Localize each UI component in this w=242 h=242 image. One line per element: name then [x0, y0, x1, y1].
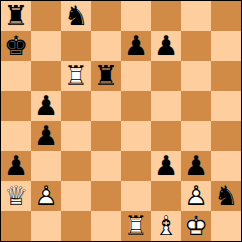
piece-black-pawn: ♟	[1, 151, 31, 181]
black-pawn-glyph: ♟	[1, 151, 31, 181]
piece-white-queen: ♛♕	[1, 181, 31, 211]
square-a8[interactable]: ♜	[1, 1, 31, 31]
square-c3[interactable]	[61, 151, 91, 181]
black-knight-glyph: ♞	[211, 181, 241, 211]
square-h1[interactable]	[211, 211, 241, 241]
square-g6[interactable]	[181, 61, 211, 91]
chess-board-frame: ♜♞♚♟♟♜♖♜♟♟♟♟♟♛♕♟♙♟♙♞♜♖♝♗♚♔	[0, 0, 242, 242]
square-g7[interactable]	[181, 31, 211, 61]
square-a6[interactable]	[1, 61, 31, 91]
square-c7[interactable]	[61, 31, 91, 61]
square-h8[interactable]	[211, 1, 241, 31]
white-rook-outline: ♖	[121, 211, 151, 241]
black-pawn-glyph: ♟	[31, 121, 61, 151]
square-h3[interactable]	[211, 151, 241, 181]
square-d2[interactable]	[91, 181, 121, 211]
piece-black-pawn: ♟	[181, 151, 211, 181]
square-g3[interactable]: ♟	[181, 151, 211, 181]
square-f8[interactable]	[151, 1, 181, 31]
white-bishop-outline: ♗	[151, 211, 181, 241]
black-rook-glyph: ♜	[1, 1, 31, 31]
piece-black-pawn: ♟	[151, 151, 181, 181]
square-d7[interactable]	[91, 31, 121, 61]
square-c1[interactable]	[61, 211, 91, 241]
square-h6[interactable]	[211, 61, 241, 91]
square-c2[interactable]	[61, 181, 91, 211]
square-g8[interactable]	[181, 1, 211, 31]
square-d1[interactable]	[91, 211, 121, 241]
square-g1[interactable]: ♚♔	[181, 211, 211, 241]
square-e8[interactable]	[121, 1, 151, 31]
square-d3[interactable]	[91, 151, 121, 181]
square-d6[interactable]: ♜	[91, 61, 121, 91]
black-knight-glyph: ♞	[61, 1, 91, 31]
piece-black-rook: ♜	[1, 1, 31, 31]
square-a7[interactable]: ♚	[1, 31, 31, 61]
square-c6[interactable]: ♜♖	[61, 61, 91, 91]
piece-white-rook: ♜♖	[121, 211, 151, 241]
square-e7[interactable]: ♟	[121, 31, 151, 61]
square-b3[interactable]	[31, 151, 61, 181]
square-b7[interactable]	[31, 31, 61, 61]
piece-black-pawn: ♟	[151, 31, 181, 61]
white-queen-outline: ♕	[1, 181, 31, 211]
square-e1[interactable]: ♜♖	[121, 211, 151, 241]
piece-black-rook: ♜	[91, 61, 121, 91]
square-e6[interactable]	[121, 61, 151, 91]
black-king-glyph: ♚	[1, 31, 31, 61]
square-c4[interactable]	[61, 121, 91, 151]
square-b2[interactable]: ♟♙	[31, 181, 61, 211]
black-pawn-glyph: ♟	[181, 151, 211, 181]
square-h4[interactable]	[211, 121, 241, 151]
square-a3[interactable]: ♟	[1, 151, 31, 181]
square-g5[interactable]	[181, 91, 211, 121]
black-rook-glyph: ♜	[91, 61, 121, 91]
piece-black-pawn: ♟	[31, 121, 61, 151]
square-f1[interactable]: ♝♗	[151, 211, 181, 241]
square-f4[interactable]	[151, 121, 181, 151]
square-a1[interactable]	[1, 211, 31, 241]
piece-black-pawn: ♟	[31, 91, 61, 121]
black-pawn-glyph: ♟	[121, 31, 151, 61]
square-g2[interactable]: ♟♙	[181, 181, 211, 211]
square-h2[interactable]: ♞	[211, 181, 241, 211]
square-e2[interactable]	[121, 181, 151, 211]
piece-white-rook: ♜♖	[61, 61, 91, 91]
piece-white-pawn: ♟♙	[181, 181, 211, 211]
black-pawn-glyph: ♟	[31, 91, 61, 121]
square-f6[interactable]	[151, 61, 181, 91]
square-e5[interactable]	[121, 91, 151, 121]
piece-black-king: ♚	[1, 31, 31, 61]
square-c8[interactable]: ♞	[61, 1, 91, 31]
chess-board: ♜♞♚♟♟♜♖♜♟♟♟♟♟♛♕♟♙♟♙♞♜♖♝♗♚♔	[1, 1, 241, 241]
black-pawn-glyph: ♟	[151, 31, 181, 61]
square-e3[interactable]	[121, 151, 151, 181]
square-b1[interactable]	[31, 211, 61, 241]
square-h5[interactable]	[211, 91, 241, 121]
square-h7[interactable]	[211, 31, 241, 61]
piece-white-pawn: ♟♙	[31, 181, 61, 211]
black-pawn-glyph: ♟	[151, 151, 181, 181]
square-d4[interactable]	[91, 121, 121, 151]
square-d5[interactable]	[91, 91, 121, 121]
square-b6[interactable]	[31, 61, 61, 91]
square-b8[interactable]	[31, 1, 61, 31]
square-f3[interactable]: ♟	[151, 151, 181, 181]
square-a2[interactable]: ♛♕	[1, 181, 31, 211]
square-e4[interactable]	[121, 121, 151, 151]
piece-black-knight: ♞	[61, 1, 91, 31]
square-f5[interactable]	[151, 91, 181, 121]
white-king-outline: ♔	[181, 211, 211, 241]
square-b5[interactable]: ♟	[31, 91, 61, 121]
white-pawn-outline: ♙	[181, 181, 211, 211]
square-f7[interactable]: ♟	[151, 31, 181, 61]
square-b4[interactable]: ♟	[31, 121, 61, 151]
square-g4[interactable]	[181, 121, 211, 151]
piece-white-king: ♚♔	[181, 211, 211, 241]
white-rook-outline: ♖	[61, 61, 91, 91]
square-f2[interactable]	[151, 181, 181, 211]
piece-black-pawn: ♟	[121, 31, 151, 61]
piece-black-knight: ♞	[211, 181, 241, 211]
piece-white-bishop: ♝♗	[151, 211, 181, 241]
square-a5[interactable]	[1, 91, 31, 121]
white-pawn-outline: ♙	[31, 181, 61, 211]
square-d8[interactable]	[91, 1, 121, 31]
square-a4[interactable]	[1, 121, 31, 151]
square-c5[interactable]	[61, 91, 91, 121]
